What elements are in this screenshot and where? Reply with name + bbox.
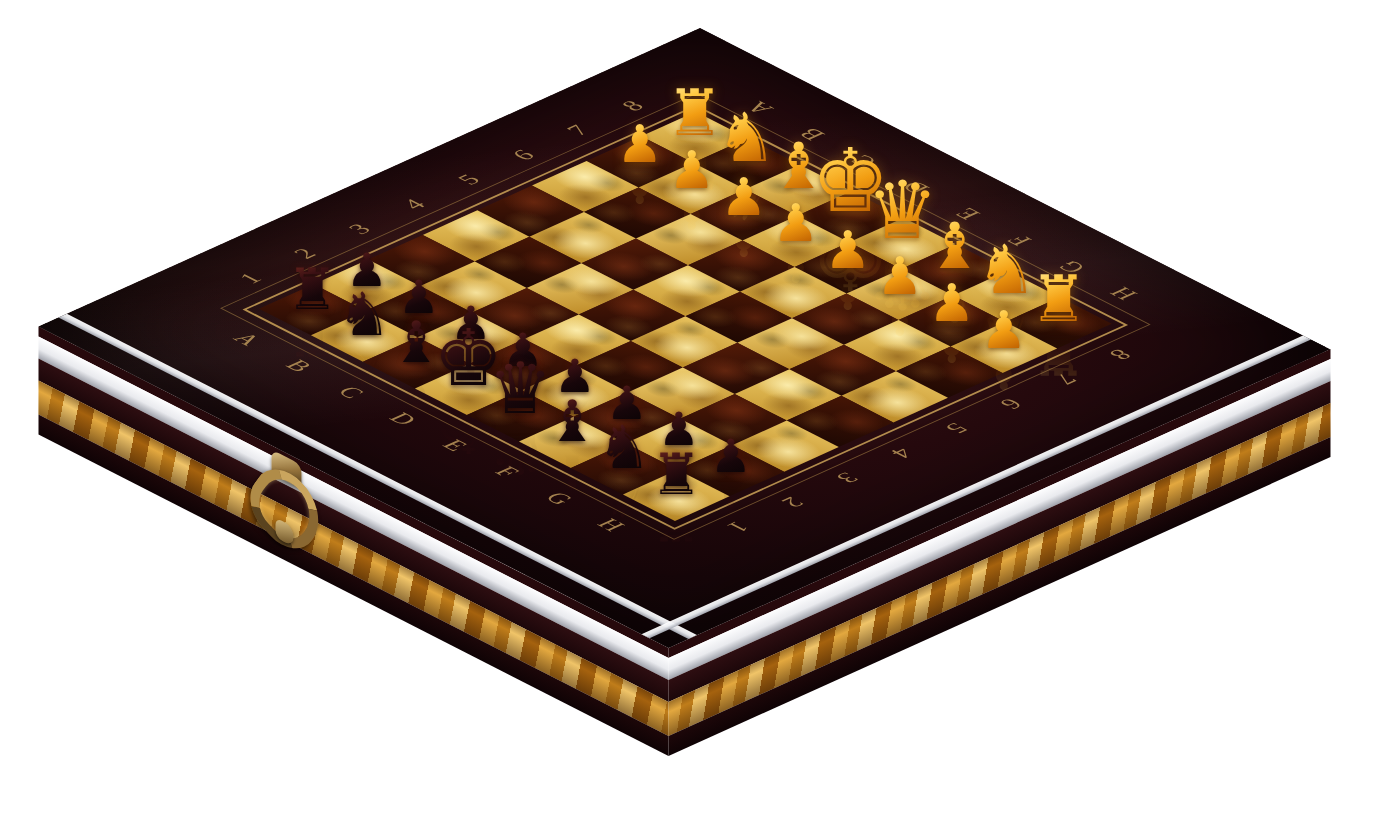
product-photo-stage: 1122334455667788AABBCCDDEEFFGGHH ♜♜♞♞♝♝♚… bbox=[0, 0, 1390, 827]
chess-case-lid: 1122334455667788AABBCCDDEEFFGGHH bbox=[39, 28, 1331, 648]
